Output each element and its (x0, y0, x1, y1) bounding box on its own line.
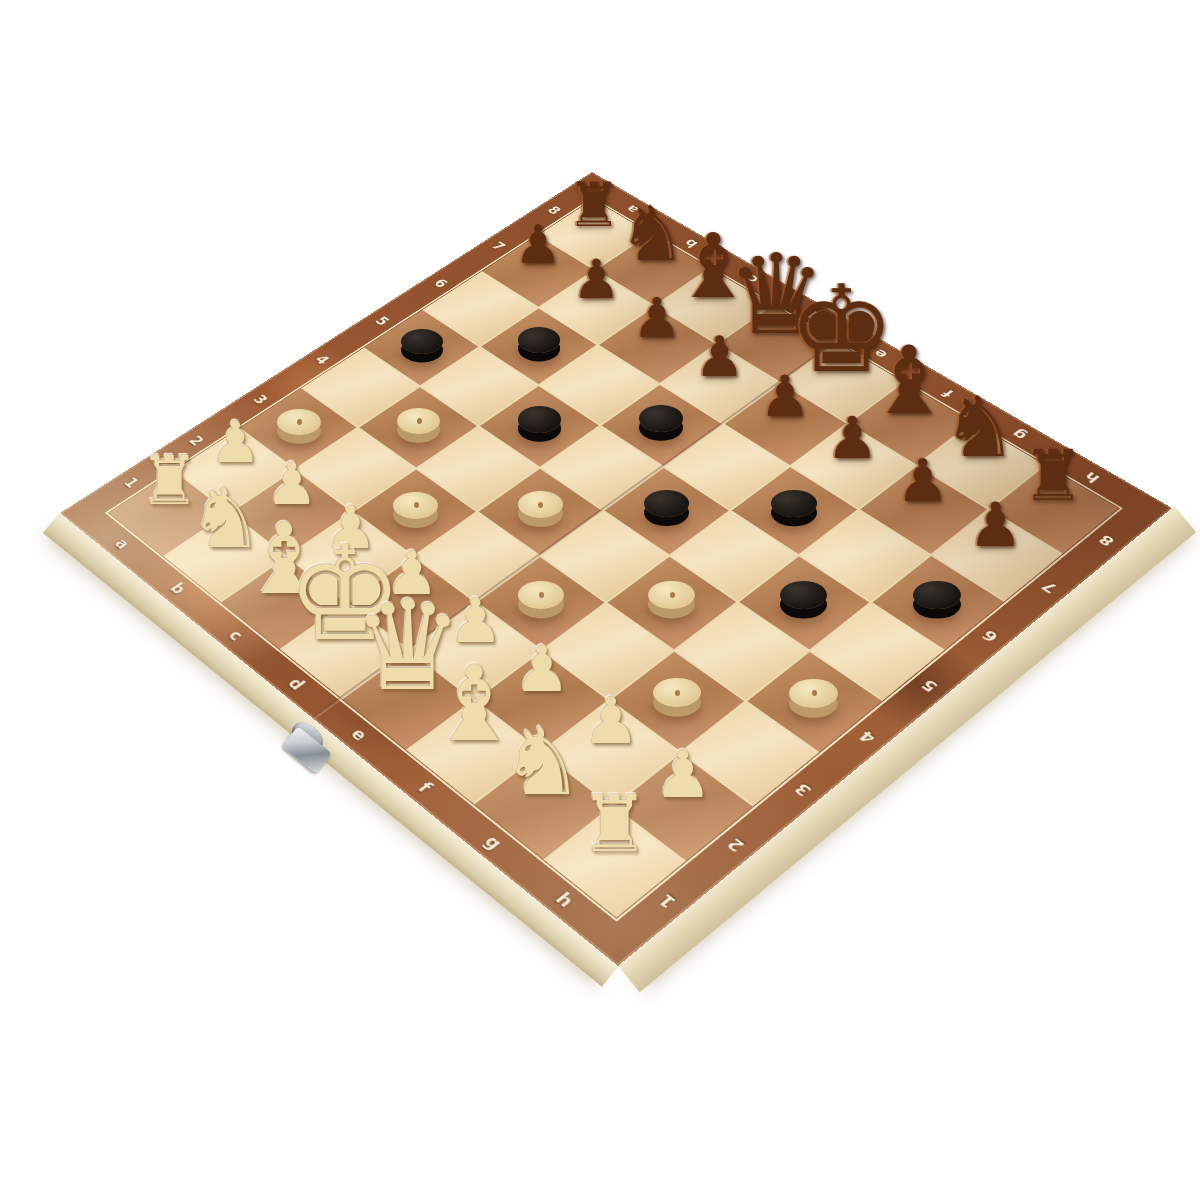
black-checker-f6 (771, 490, 817, 518)
file-label-bottom-c: c (225, 627, 248, 644)
black-checker-h6 (913, 581, 961, 610)
file-label-bottom-a: a (111, 535, 134, 551)
dark-pawn-c7: ♟ (632, 290, 681, 345)
rank-label-right-1: 1 (654, 890, 681, 911)
file-label-bottom-b: b (166, 580, 190, 597)
rank-label-right-2: 2 (723, 834, 749, 855)
light-checker-c3 (393, 492, 438, 519)
dark-knight-g8: ♞ (942, 385, 1017, 469)
file-label-bottom-h: h (552, 889, 579, 910)
black-checker-d6 (639, 405, 683, 431)
rank-label-left-5: 5 (372, 314, 393, 328)
dark-rook-h8: ♜ (1021, 441, 1084, 511)
light-checker-f4 (648, 581, 695, 609)
rank-label-right-6: 6 (978, 627, 1002, 645)
dark-pawn-h7: ♟ (968, 495, 1023, 556)
rank-label-right-4: 4 (854, 727, 879, 746)
light-rook-h1: ♜ (580, 785, 650, 863)
rank-label-left-7: 7 (488, 240, 509, 253)
dark-pawn-g7: ♟ (896, 451, 949, 510)
light-pawn-f2: ♟ (514, 638, 570, 701)
dark-pawn-a7: ♟ (514, 218, 562, 271)
rank-label-right-3: 3 (789, 780, 815, 800)
file-label-bottom-d: d (284, 674, 309, 692)
dark-rook-a8: ♜ (567, 175, 622, 236)
black-checker-b6 (518, 327, 561, 353)
dark-pawn-e7: ♟ (759, 368, 810, 425)
light-checker-h4 (789, 679, 838, 709)
rank-label-right-7: 7 (1037, 578, 1061, 596)
rank-label-right-5: 5 (917, 676, 942, 695)
clasp-plate-icon (282, 726, 333, 774)
dark-pawn-f7: ♟ (826, 409, 878, 467)
light-pawn-g2: ♟ (582, 689, 639, 753)
file-label-bottom-g: g (480, 832, 506, 853)
light-checker-b4 (397, 408, 441, 434)
light-checker-d4 (518, 491, 563, 518)
light-knight-g1: ♞ (501, 716, 584, 809)
black-checker-c5 (518, 406, 562, 432)
light-checker-a3 (277, 409, 320, 435)
file-label-bottom-e: e (347, 725, 372, 744)
rank-label-left-3: 3 (249, 392, 271, 407)
dark-pawn-d7: ♟ (695, 328, 745, 384)
dark-bishop-f8: ♝ (867, 334, 951, 428)
black-checker-a5 (401, 329, 443, 354)
rank-label-right-8: 8 (1094, 532, 1118, 549)
light-pawn-h2: ♟ (654, 742, 712, 807)
metal-clasp (281, 723, 337, 781)
light-pawn-a2: ♟ (210, 413, 261, 470)
file-label-bottom-f: f (414, 779, 436, 796)
black-checker-g5 (780, 581, 827, 609)
rank-label-left-6: 6 (430, 276, 451, 290)
dark-pawn-b7: ♟ (572, 254, 620, 308)
rank-label-left-4: 4 (311, 353, 333, 367)
product-photo: 1122334455667788aabbccddeeffgghh ♜♞♝♛♚♝♞… (0, 0, 1200, 1200)
